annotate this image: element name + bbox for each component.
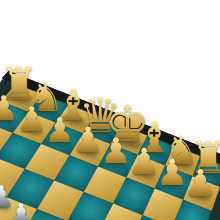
piece-gold-pawn-c7: ♟ [45, 113, 75, 147]
piece-silver-pawn-edge2: ♟ [8, 200, 35, 220]
piece-gold-pawn-b7: ♟ [16, 102, 46, 136]
pieces-layer: ♜♞♝♛♚♝♞♜♟♟♟♟♟♟♟♟♟♟ [0, 0, 220, 220]
piece-gold-pawn-d7: ♟ [72, 123, 103, 158]
piece-gold-pawn-h7: ♟ [184, 165, 217, 202]
chess-set-photo: ♜♞♝♛♚♝♞♜♟♟♟♟♟♟♟♟♟♟ [0, 0, 220, 220]
